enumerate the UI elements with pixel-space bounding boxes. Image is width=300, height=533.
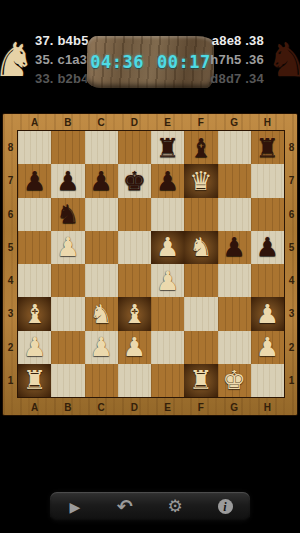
- white-knight-c3: ♞: [89, 301, 112, 327]
- square-d1[interactable]: [118, 364, 151, 397]
- square-c1[interactable]: [85, 364, 118, 397]
- square-a4[interactable]: [18, 264, 51, 297]
- white-knight-icon: ♞: [1, 28, 35, 94]
- square-e6[interactable]: [151, 198, 184, 231]
- square-b4[interactable]: [51, 264, 84, 297]
- square-a2[interactable]: ♟: [18, 331, 51, 364]
- coord-label-5: 5: [284, 231, 299, 264]
- info-button[interactable]: i: [208, 492, 242, 521]
- white-pawn-a2: ♟: [23, 334, 46, 360]
- coord-label-2: 2: [284, 331, 299, 364]
- square-e4[interactable]: ♟: [151, 264, 184, 297]
- square-a6[interactable]: [18, 198, 51, 231]
- white-bishop-a3: ♝: [23, 301, 46, 327]
- square-g1[interactable]: ♚: [218, 364, 251, 397]
- square-c2[interactable]: ♟: [85, 331, 118, 364]
- square-e1[interactable]: [151, 364, 184, 397]
- white-rook-f1: ♜: [189, 367, 212, 393]
- chess-clocks: 04:36 00:17: [90, 52, 210, 72]
- square-f7[interactable]: ♛: [184, 164, 217, 197]
- chess-app-screen: ♞ 37. b4b5 35. c1a3 33. b2b4 04:36 00:17…: [0, 0, 300, 533]
- square-d7[interactable]: ♚: [118, 164, 151, 197]
- white-pawn-d2: ♟: [123, 334, 146, 360]
- coord-label-g: G: [218, 114, 251, 131]
- square-b7[interactable]: ♟: [51, 164, 84, 197]
- square-c4[interactable]: [85, 264, 118, 297]
- square-g7[interactable]: [218, 164, 251, 197]
- square-h7[interactable]: [251, 164, 284, 197]
- undo-button[interactable]: ↶: [108, 492, 142, 521]
- coord-label-g: G: [218, 397, 251, 417]
- coord-label-3: 3: [284, 297, 299, 330]
- square-d4[interactable]: [118, 264, 151, 297]
- square-a3[interactable]: ♝: [18, 297, 51, 330]
- white-pawn-e5: ♟: [156, 234, 179, 260]
- black-move-latest: a8e8 .38: [186, 31, 264, 50]
- coord-label-1: 1: [284, 364, 299, 397]
- coord-label-f: F: [184, 114, 217, 131]
- white-pawn-c2: ♟: [89, 334, 112, 360]
- square-h3[interactable]: ♟: [251, 297, 284, 330]
- rank-labels-left: 87654321: [3, 131, 18, 397]
- bottom-toolbar: ▶ ↶ ⚙ i: [50, 492, 250, 521]
- black-clock: 00:17: [157, 52, 211, 72]
- play-button[interactable]: ▶: [58, 492, 92, 521]
- square-e5[interactable]: ♟: [151, 231, 184, 264]
- rank-labels-right: 87654321: [284, 131, 299, 397]
- square-c3[interactable]: ♞: [85, 297, 118, 330]
- coord-label-6: 6: [3, 198, 18, 231]
- black-pawn-c7: ♟: [89, 168, 112, 194]
- square-b3[interactable]: [51, 297, 84, 330]
- coord-label-1: 1: [3, 364, 18, 397]
- square-e8[interactable]: ♜: [151, 131, 184, 164]
- coord-label-4: 4: [3, 264, 18, 297]
- square-a1[interactable]: ♜: [18, 364, 51, 397]
- coord-label-a: A: [18, 114, 51, 131]
- white-rook-a1: ♜: [23, 367, 46, 393]
- square-c7[interactable]: ♟: [85, 164, 118, 197]
- black-pawn-h5: ♟: [256, 234, 279, 260]
- file-labels-top: ABCDEFGH: [18, 114, 284, 131]
- square-g4[interactable]: [218, 264, 251, 297]
- info-icon: i: [218, 499, 233, 514]
- square-h2[interactable]: ♟: [251, 331, 284, 364]
- square-e7[interactable]: ♟: [151, 164, 184, 197]
- coord-label-d: D: [118, 397, 151, 417]
- square-b2[interactable]: [51, 331, 84, 364]
- square-g2[interactable]: [218, 331, 251, 364]
- white-pawn-h2: ♟: [256, 334, 279, 360]
- gear-icon: ⚙: [167, 498, 182, 515]
- square-b1[interactable]: [51, 364, 84, 397]
- play-icon: ▶: [70, 500, 81, 514]
- square-e3[interactable]: [151, 297, 184, 330]
- square-a5[interactable]: [18, 231, 51, 264]
- coord-label-8: 8: [3, 131, 18, 164]
- chess-board: ABCDEFGH ABCDEFGH 87654321 87654321 ♜♝♜♟…: [2, 113, 298, 416]
- square-d2[interactable]: ♟: [118, 331, 151, 364]
- coord-label-7: 7: [3, 164, 18, 197]
- square-f2[interactable]: [184, 331, 217, 364]
- black-rook-e8: ♜: [156, 135, 179, 161]
- square-f1[interactable]: ♜: [184, 364, 217, 397]
- coord-label-e: E: [151, 397, 184, 417]
- square-f8[interactable]: ♝: [184, 131, 217, 164]
- square-d6[interactable]: [118, 198, 151, 231]
- square-d8[interactable]: [118, 131, 151, 164]
- square-g5[interactable]: ♟: [218, 231, 251, 264]
- square-b5[interactable]: ♟: [51, 231, 84, 264]
- coord-label-b: B: [51, 397, 84, 417]
- coord-label-2: 2: [3, 331, 18, 364]
- coord-label-b: B: [51, 114, 84, 131]
- square-c8[interactable]: [85, 131, 118, 164]
- coord-label-e: E: [151, 114, 184, 131]
- board-grid: ♜♝♜♟♟♟♚♟♛♞♟♟♞♟♟♟♝♞♝♟♟♟♟♟♜♜♚: [18, 131, 284, 397]
- square-a7[interactable]: ♟: [18, 164, 51, 197]
- square-b6[interactable]: ♞: [51, 198, 84, 231]
- square-d5[interactable]: [118, 231, 151, 264]
- black-bishop-f8: ♝: [189, 135, 212, 161]
- coord-label-7: 7: [284, 164, 299, 197]
- square-f3[interactable]: [184, 297, 217, 330]
- black-knight-icon: ♞: [266, 28, 300, 94]
- black-pawn-a7: ♟: [23, 168, 46, 194]
- white-knight-f5: ♞: [189, 234, 212, 260]
- square-b8[interactable]: [51, 131, 84, 164]
- square-c5[interactable]: [85, 231, 118, 264]
- file-labels-bottom: ABCDEFGH: [18, 397, 284, 417]
- square-h5[interactable]: ♟: [251, 231, 284, 264]
- white-clock: 04:36: [90, 52, 144, 72]
- square-h1[interactable]: [251, 364, 284, 397]
- black-rook-h8: ♜: [256, 135, 279, 161]
- square-d3[interactable]: ♝: [118, 297, 151, 330]
- coord-label-c: C: [85, 397, 118, 417]
- black-pawn-e7: ♟: [156, 168, 179, 194]
- square-h8[interactable]: ♜: [251, 131, 284, 164]
- white-queen-f7: ♛: [189, 168, 212, 194]
- white-pawn-h3: ♟: [256, 301, 279, 327]
- black-pawn-b7: ♟: [56, 168, 79, 194]
- settings-button[interactable]: ⚙: [158, 492, 192, 521]
- square-h4[interactable]: [251, 264, 284, 297]
- square-f4[interactable]: [184, 264, 217, 297]
- white-pawn-e4: ♟: [156, 268, 179, 294]
- coord-label-4: 4: [284, 264, 299, 297]
- square-a8[interactable]: [18, 131, 51, 164]
- square-g6[interactable]: [218, 198, 251, 231]
- coord-label-5: 5: [3, 231, 18, 264]
- white-king-g1: ♚: [222, 367, 245, 393]
- coord-label-6: 6: [284, 198, 299, 231]
- black-knight-b6: ♞: [56, 201, 79, 227]
- square-e2[interactable]: [151, 331, 184, 364]
- coord-label-h: H: [251, 114, 284, 131]
- undo-icon: ↶: [117, 497, 133, 516]
- coord-label-8: 8: [284, 131, 299, 164]
- coord-label-c: C: [85, 114, 118, 131]
- square-g8[interactable]: [218, 131, 251, 164]
- square-f5[interactable]: ♞: [184, 231, 217, 264]
- coord-label-d: D: [118, 114, 151, 131]
- square-c6[interactable]: [85, 198, 118, 231]
- coord-label-a: A: [18, 397, 51, 417]
- black-king-d7: ♚: [123, 168, 146, 194]
- white-bishop-d3: ♝: [123, 301, 146, 327]
- coord-label-f: F: [184, 397, 217, 417]
- coord-label-3: 3: [3, 297, 18, 330]
- square-g3[interactable]: [218, 297, 251, 330]
- white-pawn-b5: ♟: [56, 234, 79, 260]
- black-pawn-g5: ♟: [222, 234, 245, 260]
- square-f6[interactable]: [184, 198, 217, 231]
- square-h6[interactable]: [251, 198, 284, 231]
- coord-label-h: H: [251, 397, 284, 417]
